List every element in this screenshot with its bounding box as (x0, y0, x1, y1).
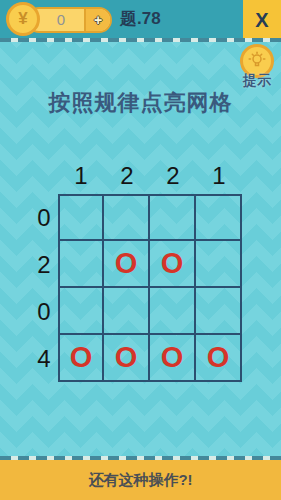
close-button[interactable]: X (243, 0, 281, 40)
col-clue-4: 1 (196, 158, 242, 194)
coin-icon: ¥ (6, 2, 40, 36)
lightbulb-icon (247, 51, 267, 71)
puzzle-board: 1 2 2 1 0 2 O O 0 4 O O O O (30, 158, 242, 382)
cell-r2-c4[interactable] (196, 241, 242, 288)
cell-r4-c3[interactable]: O (150, 335, 196, 382)
app-name-text: 还有这种操作?! (0, 460, 281, 500)
cell-r1-c4[interactable] (196, 194, 242, 241)
row-clue-2: 2 (30, 241, 58, 288)
cell-r3-c2[interactable] (104, 288, 150, 335)
cell-r1-c3[interactable] (150, 194, 196, 241)
hint-button[interactable]: 提示 (235, 44, 279, 90)
cell-r4-c2[interactable]: O (104, 335, 150, 382)
cell-r2-c3[interactable]: O (150, 241, 196, 288)
puzzle-title: 按照规律点亮网格 (0, 88, 281, 118)
hint-label: 提示 (235, 72, 279, 90)
bottom-dashed-divider (0, 456, 281, 460)
top-bar: ¥ 0 + 题.78 X (0, 0, 281, 38)
top-dashed-divider (0, 38, 281, 42)
row-clue-1: 0 (30, 194, 58, 241)
board-corner (30, 158, 58, 194)
level-label: 题.78 (120, 0, 161, 38)
cell-r3-c1[interactable] (58, 288, 104, 335)
col-clue-1: 1 (58, 158, 104, 194)
cell-r2-c2[interactable]: O (104, 241, 150, 288)
row-clue-3: 0 (30, 288, 58, 335)
yen-symbol: ¥ (18, 9, 27, 29)
cell-r4-c4[interactable]: O (196, 335, 242, 382)
cell-r3-c3[interactable] (150, 288, 196, 335)
row-clue-4: 4 (30, 335, 58, 382)
col-clue-3: 2 (150, 158, 196, 194)
add-coins-button[interactable]: + (84, 9, 110, 31)
cell-r1-c1[interactable] (58, 194, 104, 241)
col-clue-2: 2 (104, 158, 150, 194)
cell-r3-c4[interactable] (196, 288, 242, 335)
footer-bar: 还有这种操作?! (0, 460, 281, 500)
cell-r2-c1[interactable] (58, 241, 104, 288)
cell-r1-c2[interactable] (104, 194, 150, 241)
cell-r4-c1[interactable]: O (58, 335, 104, 382)
app-screen: ¥ 0 + 题.78 X 提示 按照规律 (0, 0, 281, 500)
